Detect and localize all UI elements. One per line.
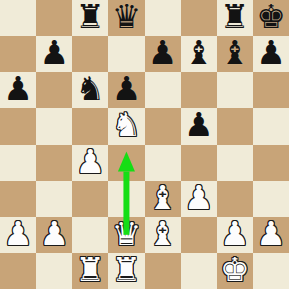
white-rook-piece[interactable]: ♜ <box>76 252 106 288</box>
square-a4[interactable] <box>0 145 36 181</box>
square-g1[interactable]: ♚ <box>217 253 253 289</box>
square-h8[interactable]: ♚ <box>253 0 289 36</box>
square-h4[interactable] <box>253 145 289 181</box>
white-pawn-piece[interactable]: ♟ <box>220 216 250 252</box>
square-d1[interactable]: ♜ <box>108 253 144 289</box>
square-d2[interactable]: ♛ <box>108 217 144 253</box>
square-b2[interactable]: ♟ <box>36 217 72 253</box>
square-h2[interactable]: ♟ <box>253 217 289 253</box>
square-g2[interactable]: ♟ <box>217 217 253 253</box>
black-pawn-piece[interactable]: ♟ <box>112 71 142 107</box>
square-g4[interactable] <box>217 145 253 181</box>
black-pawn-piece[interactable]: ♟ <box>39 35 69 71</box>
square-h5[interactable] <box>253 108 289 144</box>
square-a2[interactable]: ♟ <box>0 217 36 253</box>
black-rook-piece[interactable]: ♜ <box>220 0 250 35</box>
square-e2[interactable]: ♝ <box>145 217 181 253</box>
square-b3[interactable] <box>36 181 72 217</box>
square-c8[interactable]: ♜ <box>72 0 108 36</box>
white-pawn-piece[interactable]: ♟ <box>256 216 286 252</box>
square-a8[interactable] <box>0 0 36 36</box>
white-knight-piece[interactable]: ♞ <box>112 107 142 143</box>
black-pawn-piece[interactable]: ♟ <box>256 35 286 71</box>
square-e5[interactable] <box>145 108 181 144</box>
chess-board: ♜♛♜♚♟♟♝♝♟♟♞♟♞♟♟♝♟♟♟♛♝♟♟♜♜♚ <box>0 0 289 289</box>
square-h6[interactable] <box>253 72 289 108</box>
white-rook-piece[interactable]: ♜ <box>112 252 142 288</box>
square-e1[interactable] <box>145 253 181 289</box>
square-a7[interactable] <box>0 36 36 72</box>
square-f4[interactable] <box>181 145 217 181</box>
black-pawn-piece[interactable]: ♟ <box>184 107 214 143</box>
square-c7[interactable] <box>72 36 108 72</box>
black-queen-piece[interactable]: ♛ <box>112 0 142 35</box>
square-a5[interactable] <box>0 108 36 144</box>
square-e4[interactable] <box>145 145 181 181</box>
black-pawn-piece[interactable]: ♟ <box>3 71 33 107</box>
white-king-piece[interactable]: ♚ <box>220 252 250 288</box>
black-rook-piece[interactable]: ♜ <box>76 0 106 35</box>
square-c3[interactable] <box>72 181 108 217</box>
black-knight-piece[interactable]: ♞ <box>76 71 106 107</box>
square-b8[interactable] <box>36 0 72 36</box>
square-h7[interactable]: ♟ <box>253 36 289 72</box>
white-pawn-piece[interactable]: ♟ <box>39 216 69 252</box>
square-g6[interactable] <box>217 72 253 108</box>
black-pawn-piece[interactable]: ♟ <box>148 35 178 71</box>
square-f6[interactable] <box>181 72 217 108</box>
square-f7[interactable]: ♝ <box>181 36 217 72</box>
square-c5[interactable] <box>72 108 108 144</box>
black-king-piece[interactable]: ♚ <box>256 0 286 35</box>
square-c4[interactable]: ♟ <box>72 145 108 181</box>
square-e7[interactable]: ♟ <box>145 36 181 72</box>
square-d7[interactable] <box>108 36 144 72</box>
square-f1[interactable] <box>181 253 217 289</box>
black-bishop-piece[interactable]: ♝ <box>220 35 250 71</box>
square-g7[interactable]: ♝ <box>217 36 253 72</box>
square-h1[interactable] <box>253 253 289 289</box>
square-e6[interactable] <box>145 72 181 108</box>
square-d5[interactable]: ♞ <box>108 108 144 144</box>
square-b6[interactable] <box>36 72 72 108</box>
square-f5[interactable]: ♟ <box>181 108 217 144</box>
square-a6[interactable]: ♟ <box>0 72 36 108</box>
square-b5[interactable] <box>36 108 72 144</box>
square-e3[interactable]: ♝ <box>145 181 181 217</box>
square-c6[interactable]: ♞ <box>72 72 108 108</box>
white-bishop-piece[interactable]: ♝ <box>148 180 178 216</box>
square-b7[interactable]: ♟ <box>36 36 72 72</box>
white-pawn-piece[interactable]: ♟ <box>184 180 214 216</box>
square-d6[interactable]: ♟ <box>108 72 144 108</box>
square-b4[interactable] <box>36 145 72 181</box>
square-g5[interactable] <box>217 108 253 144</box>
square-d4[interactable] <box>108 145 144 181</box>
square-f2[interactable] <box>181 217 217 253</box>
square-f8[interactable] <box>181 0 217 36</box>
square-b1[interactable] <box>36 253 72 289</box>
white-pawn-piece[interactable]: ♟ <box>3 216 33 252</box>
square-a3[interactable] <box>0 181 36 217</box>
black-bishop-piece[interactable]: ♝ <box>184 35 214 71</box>
square-a1[interactable] <box>0 253 36 289</box>
white-queen-piece[interactable]: ♛ <box>112 216 142 252</box>
square-c1[interactable]: ♜ <box>72 253 108 289</box>
square-g3[interactable] <box>217 181 253 217</box>
square-h3[interactable] <box>253 181 289 217</box>
white-pawn-piece[interactable]: ♟ <box>76 144 106 180</box>
square-c2[interactable] <box>72 217 108 253</box>
square-e8[interactable] <box>145 0 181 36</box>
square-d3[interactable] <box>108 181 144 217</box>
square-d8[interactable]: ♛ <box>108 0 144 36</box>
square-g8[interactable]: ♜ <box>217 0 253 36</box>
white-bishop-piece[interactable]: ♝ <box>148 216 178 252</box>
square-f3[interactable]: ♟ <box>181 181 217 217</box>
